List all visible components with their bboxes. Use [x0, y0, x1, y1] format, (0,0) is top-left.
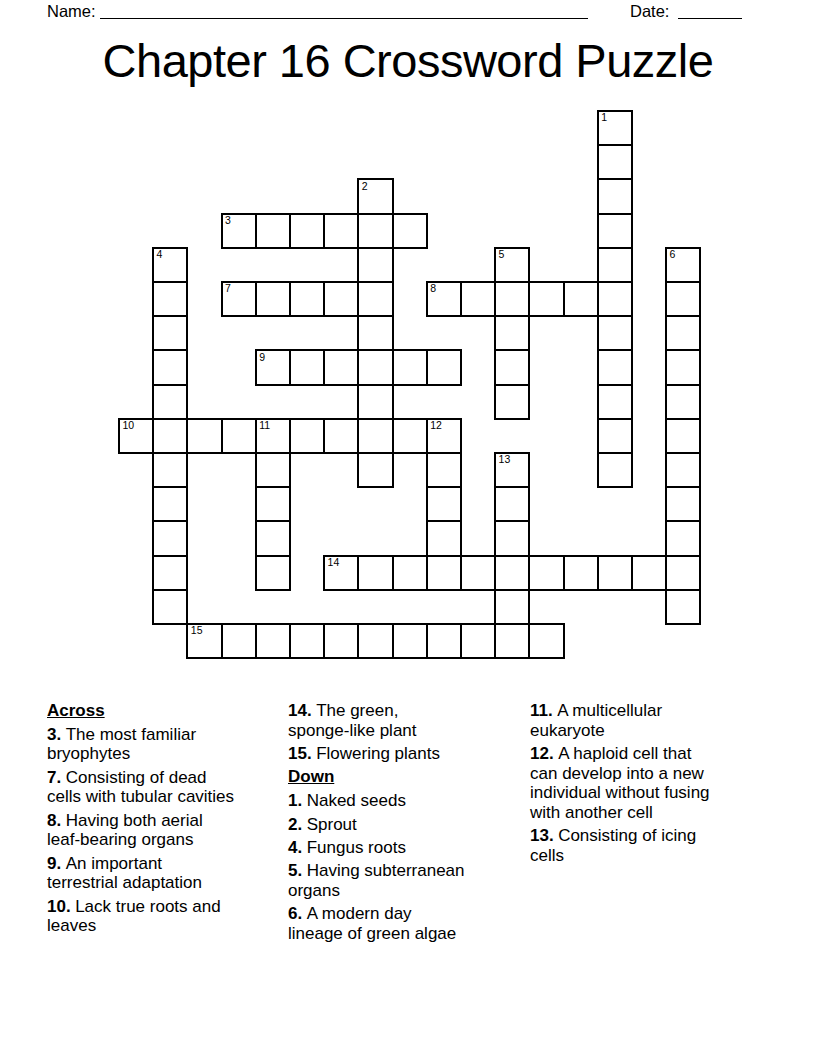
grid-cell[interactable] [152, 349, 188, 385]
clue-text: The most familiar bryophytes [47, 725, 196, 764]
grid-cell[interactable] [323, 213, 359, 249]
clue-number: 7. [47, 768, 66, 787]
cell-number: 6 [670, 249, 676, 260]
grid-cell[interactable] [494, 486, 530, 522]
grid-cell[interactable] [357, 418, 393, 454]
grid-cell[interactable] [392, 349, 428, 385]
grid-cell[interactable] [426, 486, 462, 522]
clue-number: 13. [530, 826, 558, 845]
clue: 13.Consisting of icing cells [530, 826, 770, 865]
grid-cell[interactable] [665, 384, 701, 420]
cell-number: 7 [225, 283, 231, 294]
clue-number: 11. [530, 701, 557, 720]
clue-number: 14. [288, 701, 316, 720]
clue-number: 15. [288, 744, 316, 763]
grid-cell[interactable] [665, 555, 701, 591]
grid-cell[interactable]: 2 [357, 178, 393, 214]
clue-text: A modern day lineage of green algae [288, 904, 456, 943]
grid-cell[interactable]: 8 [426, 281, 462, 317]
grid-cell[interactable] [426, 623, 462, 659]
grid-cell[interactable] [152, 384, 188, 420]
clue-number: 4. [288, 838, 307, 857]
grid-cell[interactable] [597, 213, 633, 249]
clue: 1.Naked seeds [288, 791, 522, 811]
grid-cell[interactable] [494, 281, 530, 317]
clue-number: 2. [288, 815, 307, 834]
grid-cell[interactable] [392, 555, 428, 591]
grid-cell[interactable] [665, 349, 701, 385]
clue: 6.A modern day lineage of green algae [288, 904, 522, 943]
grid-cell[interactable]: 14 [323, 555, 359, 591]
grid-cell[interactable] [597, 349, 633, 385]
grid-cell[interactable] [494, 555, 530, 591]
grid-cell[interactable] [392, 418, 428, 454]
grid-cell[interactable] [152, 589, 188, 625]
grid-cell[interactable] [221, 418, 257, 454]
grid-cell[interactable]: 15 [186, 623, 222, 659]
grid-cell[interactable] [426, 452, 462, 488]
grid-cell[interactable] [392, 623, 428, 659]
grid-cell[interactable] [597, 418, 633, 454]
clue: 8.Having both aerial leaf-bearing organs [47, 811, 289, 850]
clue-list-heading: Down [288, 767, 522, 787]
grid-cell[interactable]: 12 [426, 418, 462, 454]
cell-number: 9 [259, 352, 265, 363]
grid-cell[interactable] [152, 555, 188, 591]
grid-cell[interactable]: 3 [221, 213, 257, 249]
grid-cell[interactable] [289, 213, 325, 249]
grid-cell[interactable] [357, 247, 393, 283]
grid-cell[interactable] [494, 315, 530, 351]
clue-list-heading: Across [47, 701, 289, 721]
clue-number: 12. [530, 744, 558, 763]
clue-text: Naked seeds [307, 791, 406, 810]
clue-column-2: 14.The green, sponge-like plant15.Flower… [288, 701, 522, 947]
clue-number: 3. [47, 725, 66, 744]
grid-cell[interactable] [323, 349, 359, 385]
grid-cell[interactable] [152, 520, 188, 556]
clue-text: An important terrestrial adaptation [47, 854, 202, 893]
grid-cell[interactable]: 1 [597, 110, 633, 146]
grid-cell[interactable] [323, 281, 359, 317]
cell-number: 11 [259, 420, 270, 431]
grid-cell[interactable] [597, 315, 633, 351]
clue-number: 10. [47, 897, 75, 916]
cell-number: 8 [430, 283, 436, 294]
grid-cell[interactable] [665, 281, 701, 317]
grid-cell[interactable] [152, 418, 188, 454]
grid-cell[interactable] [255, 555, 291, 591]
grid-cell[interactable] [597, 452, 633, 488]
grid-cell[interactable] [357, 623, 393, 659]
grid-cell[interactable] [494, 589, 530, 625]
clue-number: 9. [47, 854, 66, 873]
grid-cell[interactable] [597, 555, 633, 591]
grid-cell[interactable]: 9 [255, 349, 291, 385]
clue: 10.Lack true roots and leaves [47, 897, 289, 936]
grid-cell[interactable]: 6 [665, 247, 701, 283]
grid-cell[interactable] [152, 452, 188, 488]
grid-cell[interactable] [494, 349, 530, 385]
clue: 3.The most familiar bryophytes [47, 725, 289, 764]
grid-cell[interactable] [494, 520, 530, 556]
clue-number: 1. [288, 791, 307, 810]
clue: 7.Consisting of dead cells with tubular … [47, 768, 289, 807]
grid-cell[interactable] [563, 281, 599, 317]
grid-cell[interactable] [255, 486, 291, 522]
grid-cell[interactable] [289, 623, 325, 659]
grid-cell[interactable] [563, 555, 599, 591]
grid-cell[interactable] [289, 281, 325, 317]
clue-text: Consisting of dead cells with tubular ca… [47, 768, 234, 807]
cell-number: 1 [601, 112, 607, 123]
grid-cell[interactable] [597, 144, 633, 180]
grid-cell[interactable] [392, 213, 428, 249]
clue-text: Flowering plants [316, 744, 440, 763]
cell-number: 10 [122, 420, 134, 431]
grid-cell[interactable] [255, 520, 291, 556]
cell-number: 4 [157, 249, 163, 260]
clue: 15.Flowering plants [288, 744, 522, 764]
clue-column-1: Across3.The most familiar bryophytes7.Co… [47, 701, 289, 940]
grid-cell[interactable] [665, 520, 701, 556]
clue-column-3: 11.A multicellular eukaryote12.A haploid… [530, 701, 770, 869]
grid-cell[interactable]: 11 [255, 418, 291, 454]
grid-cell[interactable] [152, 486, 188, 522]
clue-text: Having subterranean organs [288, 861, 465, 900]
grid-cell[interactable] [357, 349, 393, 385]
grid-cell[interactable] [494, 384, 530, 420]
grid-cell[interactable] [665, 315, 701, 351]
clue: 14.The green, sponge-like plant [288, 701, 522, 740]
grid-cell[interactable] [357, 213, 393, 249]
grid-cell[interactable] [460, 623, 496, 659]
grid-cell[interactable] [528, 555, 564, 591]
grid-cell[interactable]: 7 [221, 281, 257, 317]
grid-cell[interactable] [665, 589, 701, 625]
grid-cell[interactable] [665, 418, 701, 454]
cell-number: 3 [225, 215, 231, 226]
clue: 9.An important terrestrial adaptation [47, 854, 289, 893]
cell-number: 13 [499, 454, 511, 465]
grid-cell[interactable] [426, 520, 462, 556]
grid-cell[interactable] [152, 281, 188, 317]
clue: 2.Sprout [288, 815, 522, 835]
clue-number: 5. [288, 861, 307, 880]
grid-cell[interactable]: 13 [494, 452, 530, 488]
grid-cell[interactable] [597, 247, 633, 283]
clue: 11.A multicellular eukaryote [530, 701, 770, 740]
clue: 5.Having subterranean organs [288, 861, 522, 900]
grid-cell[interactable] [186, 418, 222, 454]
clue-text: Sprout [307, 815, 357, 834]
grid-cell[interactable] [426, 555, 462, 591]
grid-cell[interactable] [357, 281, 393, 317]
grid-cell[interactable] [357, 384, 393, 420]
grid-cell[interactable]: 10 [118, 418, 154, 454]
grid-cell[interactable] [426, 349, 462, 385]
grid-cell[interactable] [597, 178, 633, 214]
grid-cell[interactable] [152, 315, 188, 351]
grid-cell[interactable] [460, 281, 496, 317]
clue: 4.Fungus roots [288, 838, 522, 858]
clue-text: Fungus roots [307, 838, 406, 857]
grid-cell[interactable]: 5 [494, 247, 530, 283]
grid-cell[interactable] [357, 452, 393, 488]
grid-cell[interactable] [255, 452, 291, 488]
grid-cell[interactable] [665, 486, 701, 522]
grid-cell[interactable] [357, 315, 393, 351]
grid-cell[interactable]: 4 [152, 247, 188, 283]
grid-cell[interactable] [631, 555, 667, 591]
grid-cell[interactable] [255, 623, 291, 659]
grid-cell[interactable] [460, 555, 496, 591]
cell-number: 14 [328, 557, 340, 568]
clue: 12.A haploid cell that can develop into … [530, 744, 770, 822]
clue-text: Having both aerial leaf-bearing organs [47, 811, 203, 850]
grid-cell[interactable] [289, 418, 325, 454]
grid-cell[interactable] [528, 281, 564, 317]
cell-number: 15 [191, 625, 203, 636]
grid-cell[interactable] [528, 623, 564, 659]
grid-cell[interactable] [357, 555, 393, 591]
cell-number: 12 [430, 420, 442, 431]
grid-cell[interactable] [289, 349, 325, 385]
cell-number: 5 [499, 249, 505, 260]
grid-cell[interactable] [494, 623, 530, 659]
grid-cell[interactable] [665, 452, 701, 488]
grid-cell[interactable] [597, 281, 633, 317]
cell-number: 2 [362, 181, 368, 192]
grid-cell[interactable] [597, 384, 633, 420]
grid-cell[interactable] [221, 623, 257, 659]
clue-number: 6. [288, 904, 307, 923]
grid-cell[interactable] [255, 213, 291, 249]
grid-cell[interactable] [323, 418, 359, 454]
grid-cell[interactable] [323, 623, 359, 659]
clue-number: 8. [47, 811, 66, 830]
grid-cell[interactable] [255, 281, 291, 317]
